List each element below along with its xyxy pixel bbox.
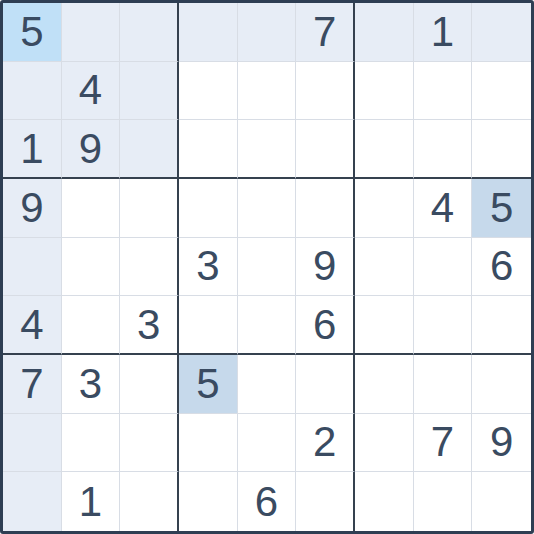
sudoku-cell-r4c6[interactable]	[296, 179, 355, 238]
sudoku-cell-r8c2[interactable]	[62, 414, 121, 473]
sudoku-cell-r4c3[interactable]	[120, 179, 179, 238]
sudoku-cell-r7c9[interactable]	[472, 355, 531, 414]
sudoku-cell-r3c3[interactable]	[120, 120, 179, 179]
sudoku-cell-r5c5[interactable]	[238, 238, 297, 297]
sudoku-cell-r7c8[interactable]	[414, 355, 473, 414]
sudoku-cell-r8c6[interactable]: 2	[296, 414, 355, 473]
sudoku-cell-r9c4[interactable]	[179, 472, 238, 531]
sudoku-cell-r5c8[interactable]	[414, 238, 473, 297]
sudoku-cell-r6c9[interactable]	[472, 296, 531, 355]
sudoku-cell-r5c2[interactable]	[62, 238, 121, 297]
sudoku-cell-r8c5[interactable]	[238, 414, 297, 473]
sudoku-cell-r5c4[interactable]: 3	[179, 238, 238, 297]
sudoku-cell-r8c4[interactable]	[179, 414, 238, 473]
sudoku-cell-r1c5[interactable]	[238, 3, 297, 62]
sudoku-cell-r4c5[interactable]	[238, 179, 297, 238]
sudoku-cell-r6c4[interactable]	[179, 296, 238, 355]
sudoku-cell-r1c9[interactable]	[472, 3, 531, 62]
sudoku-cell-r3c9[interactable]	[472, 120, 531, 179]
sudoku-cell-r1c4[interactable]	[179, 3, 238, 62]
sudoku-cell-r9c6[interactable]	[296, 472, 355, 531]
sudoku-cell-r7c6[interactable]	[296, 355, 355, 414]
sudoku-cell-r8c7[interactable]	[355, 414, 414, 473]
sudoku-cell-r4c9[interactable]: 5	[472, 179, 531, 238]
sudoku-cell-r3c6[interactable]	[296, 120, 355, 179]
sudoku-cell-r6c8[interactable]	[414, 296, 473, 355]
sudoku-cell-r7c2[interactable]: 3	[62, 355, 121, 414]
sudoku-cell-r1c7[interactable]	[355, 3, 414, 62]
sudoku-cell-r6c7[interactable]	[355, 296, 414, 355]
sudoku-cell-r7c3[interactable]	[120, 355, 179, 414]
sudoku-cell-r5c1[interactable]	[3, 238, 62, 297]
sudoku-cell-r9c1[interactable]	[3, 472, 62, 531]
sudoku-cell-r2c6[interactable]	[296, 62, 355, 121]
sudoku-cell-r5c6[interactable]: 9	[296, 238, 355, 297]
sudoku-cell-r9c9[interactable]	[472, 472, 531, 531]
sudoku-cell-r2c4[interactable]	[179, 62, 238, 121]
sudoku-cell-r1c6[interactable]: 7	[296, 3, 355, 62]
sudoku-cell-r3c2[interactable]: 9	[62, 120, 121, 179]
sudoku-cell-r3c7[interactable]	[355, 120, 414, 179]
sudoku-cell-r6c6[interactable]: 6	[296, 296, 355, 355]
sudoku-cell-r8c3[interactable]	[120, 414, 179, 473]
sudoku-cell-r2c1[interactable]	[3, 62, 62, 121]
sudoku-cell-r2c2[interactable]: 4	[62, 62, 121, 121]
sudoku-cell-r2c3[interactable]	[120, 62, 179, 121]
sudoku-cell-r1c3[interactable]	[120, 3, 179, 62]
sudoku-cell-r9c2[interactable]: 1	[62, 472, 121, 531]
sudoku-cell-r2c9[interactable]	[472, 62, 531, 121]
sudoku-cell-r7c7[interactable]	[355, 355, 414, 414]
sudoku-cell-r2c8[interactable]	[414, 62, 473, 121]
sudoku-cell-r8c1[interactable]	[3, 414, 62, 473]
sudoku-cell-r6c3[interactable]: 3	[120, 296, 179, 355]
sudoku-cell-r2c5[interactable]	[238, 62, 297, 121]
sudoku-cell-r4c7[interactable]	[355, 179, 414, 238]
sudoku-cell-r9c3[interactable]	[120, 472, 179, 531]
sudoku-board: 57141994539643673527916	[0, 0, 534, 534]
sudoku-cell-r7c1[interactable]: 7	[3, 355, 62, 414]
sudoku-cell-r5c7[interactable]	[355, 238, 414, 297]
sudoku-cell-r3c4[interactable]	[179, 120, 238, 179]
sudoku-cell-r1c2[interactable]	[62, 3, 121, 62]
sudoku-cell-r5c3[interactable]	[120, 238, 179, 297]
sudoku-cell-r7c5[interactable]	[238, 355, 297, 414]
sudoku-cell-r9c8[interactable]	[414, 472, 473, 531]
sudoku-cell-r4c4[interactable]	[179, 179, 238, 238]
sudoku-app: 57141994539643673527916	[0, 0, 534, 534]
sudoku-cell-r9c5[interactable]: 6	[238, 472, 297, 531]
sudoku-cell-r4c2[interactable]	[62, 179, 121, 238]
sudoku-cell-r8c9[interactable]: 9	[472, 414, 531, 473]
sudoku-cell-r1c1[interactable]: 5	[3, 3, 62, 62]
sudoku-cell-r8c8[interactable]: 7	[414, 414, 473, 473]
sudoku-cell-r5c9[interactable]: 6	[472, 238, 531, 297]
sudoku-cell-r4c8[interactable]: 4	[414, 179, 473, 238]
sudoku-cell-r3c1[interactable]: 1	[3, 120, 62, 179]
sudoku-cell-r9c7[interactable]	[355, 472, 414, 531]
sudoku-cell-r3c5[interactable]	[238, 120, 297, 179]
sudoku-cell-r2c7[interactable]	[355, 62, 414, 121]
sudoku-cell-r6c5[interactable]	[238, 296, 297, 355]
sudoku-cell-r7c4[interactable]: 5	[179, 355, 238, 414]
sudoku-cell-r4c1[interactable]: 9	[3, 179, 62, 238]
sudoku-cell-r6c1[interactable]: 4	[3, 296, 62, 355]
sudoku-cell-r1c8[interactable]: 1	[414, 3, 473, 62]
sudoku-cell-r3c8[interactable]	[414, 120, 473, 179]
sudoku-cell-r6c2[interactable]	[62, 296, 121, 355]
